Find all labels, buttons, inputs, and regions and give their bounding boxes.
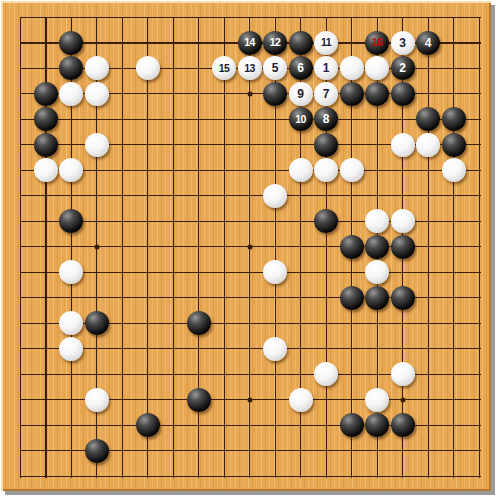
intersection-O6[interactable] (339, 336, 365, 362)
intersection-D2[interactable] (84, 438, 110, 464)
intersection-T19[interactable] (466, 4, 492, 30)
intersection-C17[interactable] (58, 55, 84, 81)
intersection-H13[interactable] (186, 157, 212, 183)
intersection-H14[interactable] (186, 132, 212, 158)
intersection-O10[interactable] (339, 234, 365, 260)
intersection-Q9[interactable] (390, 259, 416, 285)
intersection-K8[interactable] (237, 285, 263, 311)
intersection-N9[interactable] (313, 259, 339, 285)
intersection-L6[interactable] (262, 336, 288, 362)
intersection-E19[interactable] (109, 4, 135, 30)
intersection-M1[interactable] (288, 463, 314, 489)
intersection-G11[interactable] (160, 208, 186, 234)
intersection-E6[interactable] (109, 336, 135, 362)
intersection-A18[interactable] (7, 30, 33, 56)
intersection-R5[interactable] (415, 361, 441, 387)
intersection-Q17[interactable]: 2 (390, 55, 416, 81)
intersection-J7[interactable] (211, 310, 237, 336)
intersection-F11[interactable] (135, 208, 161, 234)
intersection-M18[interactable] (288, 30, 314, 56)
intersection-J3[interactable] (211, 412, 237, 438)
intersection-C14[interactable] (58, 132, 84, 158)
intersection-B8[interactable] (33, 285, 59, 311)
intersection-F5[interactable] (135, 361, 161, 387)
intersection-P9[interactable] (364, 259, 390, 285)
intersection-K10[interactable] (237, 234, 263, 260)
intersection-L19[interactable] (262, 4, 288, 30)
intersection-N14[interactable] (313, 132, 339, 158)
intersection-R9[interactable] (415, 259, 441, 285)
intersection-T11[interactable] (466, 208, 492, 234)
intersection-T8[interactable] (466, 285, 492, 311)
intersection-A3[interactable] (7, 412, 33, 438)
intersection-B6[interactable] (33, 336, 59, 362)
intersection-R7[interactable] (415, 310, 441, 336)
intersection-O14[interactable] (339, 132, 365, 158)
intersection-B2[interactable] (33, 438, 59, 464)
intersection-A15[interactable] (7, 106, 33, 132)
intersection-E9[interactable] (109, 259, 135, 285)
intersection-H1[interactable] (186, 463, 212, 489)
intersection-T13[interactable] (466, 157, 492, 183)
intersection-E15[interactable] (109, 106, 135, 132)
intersection-F16[interactable] (135, 81, 161, 107)
intersection-G15[interactable] (160, 106, 186, 132)
intersection-G4[interactable] (160, 387, 186, 413)
intersection-F18[interactable] (135, 30, 161, 56)
intersection-H9[interactable] (186, 259, 212, 285)
intersection-A14[interactable] (7, 132, 33, 158)
intersection-D5[interactable] (84, 361, 110, 387)
intersection-P17[interactable] (364, 55, 390, 81)
intersection-C6[interactable] (58, 336, 84, 362)
intersection-P16[interactable] (364, 81, 390, 107)
intersection-N2[interactable] (313, 438, 339, 464)
intersection-Q5[interactable] (390, 361, 416, 387)
intersection-L15[interactable] (262, 106, 288, 132)
intersection-C18[interactable] (58, 30, 84, 56)
intersection-J18[interactable] (211, 30, 237, 56)
intersection-J14[interactable] (211, 132, 237, 158)
intersection-M10[interactable] (288, 234, 314, 260)
intersection-M12[interactable] (288, 183, 314, 209)
intersection-F17[interactable] (135, 55, 161, 81)
intersection-M9[interactable] (288, 259, 314, 285)
intersection-F13[interactable] (135, 157, 161, 183)
intersection-O11[interactable] (339, 208, 365, 234)
intersection-C4[interactable] (58, 387, 84, 413)
intersection-R18[interactable]: 4 (415, 30, 441, 56)
intersection-E14[interactable] (109, 132, 135, 158)
intersection-C15[interactable] (58, 106, 84, 132)
intersection-M14[interactable] (288, 132, 314, 158)
intersection-H7[interactable] (186, 310, 212, 336)
intersection-S1[interactable] (441, 463, 467, 489)
intersection-J12[interactable] (211, 183, 237, 209)
intersection-A11[interactable] (7, 208, 33, 234)
intersection-B18[interactable] (33, 30, 59, 56)
intersection-M16[interactable]: 9 (288, 81, 314, 107)
intersection-E17[interactable] (109, 55, 135, 81)
intersection-T18[interactable] (466, 30, 492, 56)
intersection-D15[interactable] (84, 106, 110, 132)
intersection-M17[interactable]: 6 (288, 55, 314, 81)
intersection-P1[interactable] (364, 463, 390, 489)
intersection-T3[interactable] (466, 412, 492, 438)
intersection-R15[interactable] (415, 106, 441, 132)
intersection-K3[interactable] (237, 412, 263, 438)
intersection-S16[interactable] (441, 81, 467, 107)
intersection-G16[interactable] (160, 81, 186, 107)
intersection-B9[interactable] (33, 259, 59, 285)
intersection-O8[interactable] (339, 285, 365, 311)
intersection-D9[interactable] (84, 259, 110, 285)
intersection-T6[interactable] (466, 336, 492, 362)
intersection-P15[interactable] (364, 106, 390, 132)
intersection-Q12[interactable] (390, 183, 416, 209)
intersection-E18[interactable] (109, 30, 135, 56)
intersection-J5[interactable] (211, 361, 237, 387)
intersection-A8[interactable] (7, 285, 33, 311)
intersection-Q1[interactable] (390, 463, 416, 489)
intersection-J19[interactable] (211, 4, 237, 30)
intersection-G7[interactable] (160, 310, 186, 336)
intersection-F9[interactable] (135, 259, 161, 285)
intersection-O2[interactable] (339, 438, 365, 464)
intersection-L11[interactable] (262, 208, 288, 234)
intersection-B11[interactable] (33, 208, 59, 234)
intersection-N1[interactable] (313, 463, 339, 489)
intersection-T5[interactable] (466, 361, 492, 387)
intersection-R1[interactable] (415, 463, 441, 489)
intersection-A1[interactable] (7, 463, 33, 489)
intersection-R6[interactable] (415, 336, 441, 362)
intersection-D7[interactable] (84, 310, 110, 336)
intersection-E13[interactable] (109, 157, 135, 183)
intersection-L8[interactable] (262, 285, 288, 311)
intersection-P3[interactable] (364, 412, 390, 438)
intersection-M4[interactable] (288, 387, 314, 413)
intersection-O1[interactable] (339, 463, 365, 489)
intersection-T2[interactable] (466, 438, 492, 464)
intersection-B10[interactable] (33, 234, 59, 260)
intersection-D18[interactable] (84, 30, 110, 56)
intersection-B5[interactable] (33, 361, 59, 387)
intersection-F12[interactable] (135, 183, 161, 209)
intersection-C11[interactable] (58, 208, 84, 234)
intersection-E7[interactable] (109, 310, 135, 336)
intersection-O5[interactable] (339, 361, 365, 387)
intersection-D16[interactable] (84, 81, 110, 107)
intersection-J8[interactable] (211, 285, 237, 311)
intersection-N6[interactable] (313, 336, 339, 362)
intersection-M6[interactable] (288, 336, 314, 362)
intersection-G8[interactable] (160, 285, 186, 311)
intersection-P18[interactable]: 16 (364, 30, 390, 56)
intersection-B4[interactable] (33, 387, 59, 413)
intersection-H17[interactable] (186, 55, 212, 81)
intersection-S15[interactable] (441, 106, 467, 132)
intersection-S2[interactable] (441, 438, 467, 464)
intersection-D19[interactable] (84, 4, 110, 30)
intersection-S8[interactable] (441, 285, 467, 311)
intersection-F4[interactable] (135, 387, 161, 413)
intersection-R19[interactable] (415, 4, 441, 30)
intersection-Q19[interactable] (390, 4, 416, 30)
intersection-J9[interactable] (211, 259, 237, 285)
intersection-S4[interactable] (441, 387, 467, 413)
intersection-E16[interactable] (109, 81, 135, 107)
intersection-L5[interactable] (262, 361, 288, 387)
intersection-G10[interactable] (160, 234, 186, 260)
intersection-J10[interactable] (211, 234, 237, 260)
intersection-K16[interactable] (237, 81, 263, 107)
intersection-O9[interactable] (339, 259, 365, 285)
intersection-C8[interactable] (58, 285, 84, 311)
intersection-Q16[interactable] (390, 81, 416, 107)
intersection-C9[interactable] (58, 259, 84, 285)
intersection-S3[interactable] (441, 412, 467, 438)
intersection-A5[interactable] (7, 361, 33, 387)
intersection-R16[interactable] (415, 81, 441, 107)
intersection-P6[interactable] (364, 336, 390, 362)
intersection-C5[interactable] (58, 361, 84, 387)
intersection-N8[interactable] (313, 285, 339, 311)
intersection-B16[interactable] (33, 81, 59, 107)
intersection-K9[interactable] (237, 259, 263, 285)
intersection-N18[interactable]: 11 (313, 30, 339, 56)
intersection-K15[interactable] (237, 106, 263, 132)
intersection-P10[interactable] (364, 234, 390, 260)
intersection-N5[interactable] (313, 361, 339, 387)
intersection-E10[interactable] (109, 234, 135, 260)
intersection-F2[interactable] (135, 438, 161, 464)
intersection-T14[interactable] (466, 132, 492, 158)
intersection-G19[interactable] (160, 4, 186, 30)
intersection-D8[interactable] (84, 285, 110, 311)
intersection-R10[interactable] (415, 234, 441, 260)
intersection-M2[interactable] (288, 438, 314, 464)
intersection-J13[interactable] (211, 157, 237, 183)
intersection-T9[interactable] (466, 259, 492, 285)
intersection-E1[interactable] (109, 463, 135, 489)
intersection-Q6[interactable] (390, 336, 416, 362)
intersection-A6[interactable] (7, 336, 33, 362)
intersection-C3[interactable] (58, 412, 84, 438)
intersection-F8[interactable] (135, 285, 161, 311)
intersection-J2[interactable] (211, 438, 237, 464)
intersection-H10[interactable] (186, 234, 212, 260)
intersection-A12[interactable] (7, 183, 33, 209)
intersection-B1[interactable] (33, 463, 59, 489)
intersection-C13[interactable] (58, 157, 84, 183)
intersection-K7[interactable] (237, 310, 263, 336)
intersection-H8[interactable] (186, 285, 212, 311)
intersection-S6[interactable] (441, 336, 467, 362)
intersection-L1[interactable] (262, 463, 288, 489)
intersection-K14[interactable] (237, 132, 263, 158)
intersection-C16[interactable] (58, 81, 84, 107)
intersection-H16[interactable] (186, 81, 212, 107)
intersection-Q7[interactable] (390, 310, 416, 336)
intersection-R8[interactable] (415, 285, 441, 311)
intersection-N17[interactable]: 1 (313, 55, 339, 81)
intersection-T7[interactable] (466, 310, 492, 336)
intersection-G2[interactable] (160, 438, 186, 464)
intersection-K18[interactable]: 14 (237, 30, 263, 56)
intersection-P14[interactable] (364, 132, 390, 158)
intersection-P7[interactable] (364, 310, 390, 336)
intersection-T12[interactable] (466, 183, 492, 209)
intersection-D6[interactable] (84, 336, 110, 362)
intersection-K6[interactable] (237, 336, 263, 362)
intersection-O18[interactable] (339, 30, 365, 56)
intersection-G18[interactable] (160, 30, 186, 56)
intersection-R4[interactable] (415, 387, 441, 413)
intersection-G17[interactable] (160, 55, 186, 81)
intersection-D3[interactable] (84, 412, 110, 438)
intersection-K2[interactable] (237, 438, 263, 464)
intersection-D11[interactable] (84, 208, 110, 234)
intersection-J11[interactable] (211, 208, 237, 234)
intersection-B19[interactable] (33, 4, 59, 30)
intersection-E4[interactable] (109, 387, 135, 413)
intersection-O12[interactable] (339, 183, 365, 209)
intersection-N7[interactable] (313, 310, 339, 336)
intersection-B12[interactable] (33, 183, 59, 209)
intersection-N12[interactable] (313, 183, 339, 209)
intersection-A13[interactable] (7, 157, 33, 183)
intersection-S14[interactable] (441, 132, 467, 158)
intersection-F6[interactable] (135, 336, 161, 362)
intersection-A19[interactable] (7, 4, 33, 30)
intersection-P4[interactable] (364, 387, 390, 413)
intersection-L16[interactable] (262, 81, 288, 107)
intersection-S13[interactable] (441, 157, 467, 183)
intersection-A17[interactable] (7, 55, 33, 81)
intersection-D17[interactable] (84, 55, 110, 81)
intersection-B17[interactable] (33, 55, 59, 81)
intersection-F14[interactable] (135, 132, 161, 158)
intersection-K4[interactable] (237, 387, 263, 413)
intersection-H15[interactable] (186, 106, 212, 132)
intersection-C19[interactable] (58, 4, 84, 30)
intersection-K11[interactable] (237, 208, 263, 234)
intersection-M5[interactable] (288, 361, 314, 387)
intersection-D12[interactable] (84, 183, 110, 209)
intersection-G9[interactable] (160, 259, 186, 285)
intersection-F3[interactable] (135, 412, 161, 438)
intersection-G3[interactable] (160, 412, 186, 438)
intersection-R2[interactable] (415, 438, 441, 464)
intersection-G6[interactable] (160, 336, 186, 362)
intersection-E11[interactable] (109, 208, 135, 234)
intersection-D13[interactable] (84, 157, 110, 183)
intersection-O19[interactable] (339, 4, 365, 30)
intersection-N4[interactable] (313, 387, 339, 413)
intersection-M11[interactable] (288, 208, 314, 234)
intersection-A10[interactable] (7, 234, 33, 260)
intersection-L14[interactable] (262, 132, 288, 158)
intersection-P11[interactable] (364, 208, 390, 234)
intersection-P8[interactable] (364, 285, 390, 311)
intersection-H3[interactable] (186, 412, 212, 438)
intersection-L10[interactable] (262, 234, 288, 260)
intersection-M19[interactable] (288, 4, 314, 30)
intersection-G14[interactable] (160, 132, 186, 158)
intersection-N19[interactable] (313, 4, 339, 30)
intersection-L17[interactable]: 5 (262, 55, 288, 81)
intersection-M7[interactable] (288, 310, 314, 336)
intersection-F10[interactable] (135, 234, 161, 260)
intersection-S17[interactable] (441, 55, 467, 81)
intersection-A2[interactable] (7, 438, 33, 464)
intersection-P19[interactable] (364, 4, 390, 30)
intersection-L18[interactable]: 12 (262, 30, 288, 56)
intersection-J1[interactable] (211, 463, 237, 489)
intersection-H12[interactable] (186, 183, 212, 209)
intersection-N15[interactable]: 8 (313, 106, 339, 132)
intersection-Q14[interactable] (390, 132, 416, 158)
intersection-R12[interactable] (415, 183, 441, 209)
intersection-C12[interactable] (58, 183, 84, 209)
intersection-H18[interactable] (186, 30, 212, 56)
intersection-S7[interactable] (441, 310, 467, 336)
intersection-Q15[interactable] (390, 106, 416, 132)
intersection-M15[interactable]: 10 (288, 106, 314, 132)
intersection-Q8[interactable] (390, 285, 416, 311)
intersection-P13[interactable] (364, 157, 390, 183)
intersection-S11[interactable] (441, 208, 467, 234)
intersection-K1[interactable] (237, 463, 263, 489)
intersection-A9[interactable] (7, 259, 33, 285)
intersection-T15[interactable] (466, 106, 492, 132)
intersection-O4[interactable] (339, 387, 365, 413)
intersection-T4[interactable] (466, 387, 492, 413)
intersection-C10[interactable] (58, 234, 84, 260)
intersection-K19[interactable] (237, 4, 263, 30)
intersection-K5[interactable] (237, 361, 263, 387)
intersection-T1[interactable] (466, 463, 492, 489)
intersection-B15[interactable] (33, 106, 59, 132)
intersection-R14[interactable] (415, 132, 441, 158)
intersection-S9[interactable] (441, 259, 467, 285)
intersection-H4[interactable] (186, 387, 212, 413)
intersection-S12[interactable] (441, 183, 467, 209)
intersection-Q11[interactable] (390, 208, 416, 234)
intersection-F1[interactable] (135, 463, 161, 489)
intersection-L9[interactable] (262, 259, 288, 285)
intersection-E8[interactable] (109, 285, 135, 311)
intersection-N3[interactable] (313, 412, 339, 438)
intersection-R13[interactable] (415, 157, 441, 183)
intersection-J17[interactable]: 15 (211, 55, 237, 81)
intersection-H19[interactable] (186, 4, 212, 30)
intersection-E12[interactable] (109, 183, 135, 209)
intersection-S19[interactable] (441, 4, 467, 30)
intersection-K13[interactable] (237, 157, 263, 183)
intersection-G12[interactable] (160, 183, 186, 209)
intersection-H11[interactable] (186, 208, 212, 234)
intersection-D14[interactable] (84, 132, 110, 158)
intersection-O7[interactable] (339, 310, 365, 336)
intersection-Q13[interactable] (390, 157, 416, 183)
intersection-S10[interactable] (441, 234, 467, 260)
intersection-H5[interactable] (186, 361, 212, 387)
intersection-Q10[interactable] (390, 234, 416, 260)
intersection-N13[interactable] (313, 157, 339, 183)
intersection-M13[interactable] (288, 157, 314, 183)
